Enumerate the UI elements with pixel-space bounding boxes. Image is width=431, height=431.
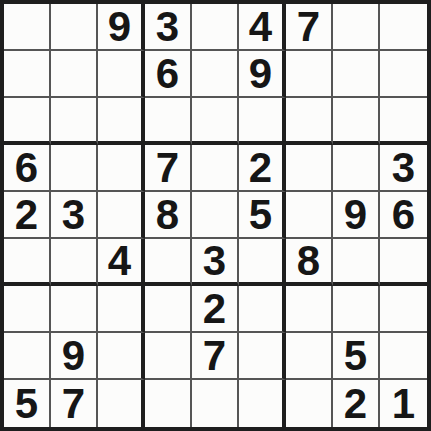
cell-r4c8[interactable] (333, 145, 380, 192)
cell-r9c5[interactable] (192, 380, 239, 427)
cell-r6c9[interactable] (380, 239, 427, 286)
cell-r7c2[interactable] (51, 286, 98, 333)
cell-r6c4[interactable] (145, 239, 192, 286)
cell-r7c4[interactable] (145, 286, 192, 333)
cell-r5c4: 8 (145, 192, 192, 239)
cell-r7c9[interactable] (380, 286, 427, 333)
cell-r9c3[interactable] (98, 380, 145, 427)
cell-r5c6: 5 (239, 192, 286, 239)
cell-r3c2[interactable] (51, 98, 98, 145)
cell-r9c2: 7 (51, 380, 98, 427)
cell-r3c1[interactable] (4, 98, 51, 145)
cell-r4c2[interactable] (51, 145, 98, 192)
cell-r1c4: 3 (145, 4, 192, 51)
cell-r4c1: 6 (4, 145, 51, 192)
cell-r4c7[interactable] (286, 145, 333, 192)
cell-r6c5: 3 (192, 239, 239, 286)
cell-r4c4: 7 (145, 145, 192, 192)
cell-r2c6: 9 (239, 51, 286, 98)
cell-r1c1[interactable] (4, 4, 51, 51)
cell-r6c3: 4 (98, 239, 145, 286)
cell-r9c1: 5 (4, 380, 51, 427)
cell-r3c9[interactable] (380, 98, 427, 145)
cell-r7c6[interactable] (239, 286, 286, 333)
cell-r8c9[interactable] (380, 333, 427, 380)
cell-r2c1[interactable] (4, 51, 51, 98)
cell-r7c3[interactable] (98, 286, 145, 333)
cell-r5c7[interactable] (286, 192, 333, 239)
cell-r7c5: 2 (192, 286, 239, 333)
cell-r1c8[interactable] (333, 4, 380, 51)
cell-r6c1[interactable] (4, 239, 51, 286)
cell-r9c7[interactable] (286, 380, 333, 427)
cell-r6c6[interactable] (239, 239, 286, 286)
cell-r8c8: 5 (333, 333, 380, 380)
cell-r1c6: 4 (239, 4, 286, 51)
cell-r9c8: 2 (333, 380, 380, 427)
cell-r3c3[interactable] (98, 98, 145, 145)
cell-r7c1[interactable] (4, 286, 51, 333)
cell-r8c6[interactable] (239, 333, 286, 380)
cell-r4c5[interactable] (192, 145, 239, 192)
cell-r6c8[interactable] (333, 239, 380, 286)
cell-r1c9[interactable] (380, 4, 427, 51)
cell-r6c2[interactable] (51, 239, 98, 286)
cell-r8c2: 9 (51, 333, 98, 380)
cell-r8c1[interactable] (4, 333, 51, 380)
sudoku-board: 934769672323859643829755721 (0, 0, 431, 431)
cell-r8c5: 7 (192, 333, 239, 380)
cell-r3c7[interactable] (286, 98, 333, 145)
cell-r4c6: 2 (239, 145, 286, 192)
cell-r8c3[interactable] (98, 333, 145, 380)
cell-r7c7[interactable] (286, 286, 333, 333)
cell-r3c4[interactable] (145, 98, 192, 145)
cell-r9c9: 1 (380, 380, 427, 427)
cell-r9c4[interactable] (145, 380, 192, 427)
cell-r1c2[interactable] (51, 4, 98, 51)
cell-r9c6[interactable] (239, 380, 286, 427)
cell-r3c8[interactable] (333, 98, 380, 145)
cell-r2c7[interactable] (286, 51, 333, 98)
cell-r5c3[interactable] (98, 192, 145, 239)
cell-r2c9[interactable] (380, 51, 427, 98)
cell-r3c5[interactable] (192, 98, 239, 145)
cell-r5c9: 6 (380, 192, 427, 239)
cell-r3c6[interactable] (239, 98, 286, 145)
cell-r4c3[interactable] (98, 145, 145, 192)
cell-r2c4: 6 (145, 51, 192, 98)
cell-r1c5[interactable] (192, 4, 239, 51)
cell-r2c5[interactable] (192, 51, 239, 98)
cell-r2c2[interactable] (51, 51, 98, 98)
cell-r6c7: 8 (286, 239, 333, 286)
cell-r5c8: 9 (333, 192, 380, 239)
cell-r5c2: 3 (51, 192, 98, 239)
cell-r2c3[interactable] (98, 51, 145, 98)
cell-r1c7: 7 (286, 4, 333, 51)
cell-r2c8[interactable] (333, 51, 380, 98)
cell-r8c4[interactable] (145, 333, 192, 380)
cell-r5c5[interactable] (192, 192, 239, 239)
cell-r1c3: 9 (98, 4, 145, 51)
cell-r5c1: 2 (4, 192, 51, 239)
cell-r8c7[interactable] (286, 333, 333, 380)
cell-r4c9: 3 (380, 145, 427, 192)
cell-r7c8[interactable] (333, 286, 380, 333)
